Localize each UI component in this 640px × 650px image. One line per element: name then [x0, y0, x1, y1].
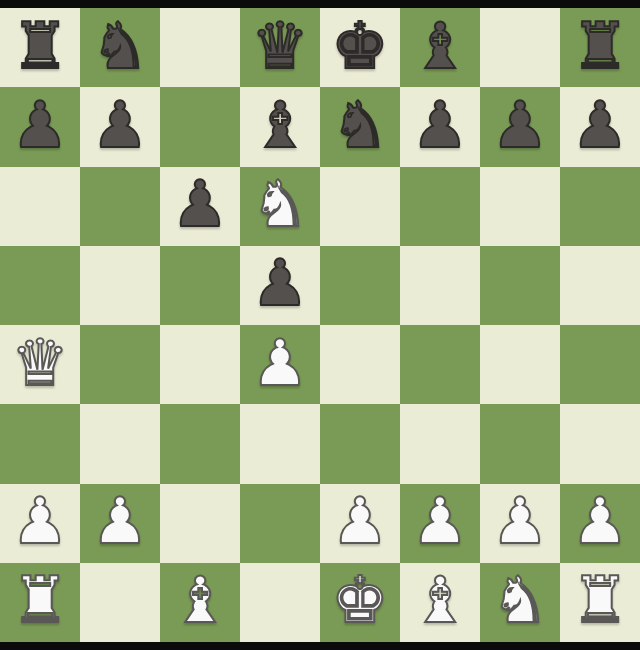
square-e2[interactable]: ♟	[320, 484, 400, 563]
square-e3[interactable]	[320, 404, 400, 483]
square-e8[interactable]: ♚	[320, 8, 400, 87]
piece-white-knight[interactable]: ♞	[491, 568, 548, 632]
square-h2[interactable]: ♟	[560, 484, 640, 563]
piece-white-bishop[interactable]: ♝	[171, 568, 228, 632]
square-d8[interactable]: ♛	[240, 8, 320, 87]
square-g8[interactable]	[480, 8, 560, 87]
piece-black-bishop[interactable]: ♝	[251, 93, 308, 157]
square-b4[interactable]	[80, 325, 160, 404]
square-b5[interactable]	[80, 246, 160, 325]
chess-board: ♜♞♛♚♝♜♟♟♝♞♟♟♟♟♞♟♛♟♟♟♟♟♟♟♜♝♚♝♞♜	[0, 8, 640, 642]
square-g5[interactable]	[480, 246, 560, 325]
square-d6[interactable]: ♞	[240, 167, 320, 246]
piece-white-pawn[interactable]: ♟	[491, 489, 548, 553]
square-e6[interactable]	[320, 167, 400, 246]
square-d5[interactable]: ♟	[240, 246, 320, 325]
piece-white-rook[interactable]: ♜	[571, 568, 628, 632]
square-h4[interactable]	[560, 325, 640, 404]
letterbox-top	[0, 0, 640, 8]
piece-black-pawn[interactable]: ♟	[171, 172, 228, 236]
square-a7[interactable]: ♟	[0, 87, 80, 166]
piece-black-knight[interactable]: ♞	[331, 93, 388, 157]
square-f3[interactable]	[400, 404, 480, 483]
piece-black-pawn[interactable]: ♟	[11, 93, 68, 157]
square-a3[interactable]	[0, 404, 80, 483]
square-h7[interactable]: ♟	[560, 87, 640, 166]
letterbox-bottom	[0, 642, 640, 650]
square-f1[interactable]: ♝	[400, 563, 480, 642]
square-d1[interactable]	[240, 563, 320, 642]
square-d4[interactable]: ♟	[240, 325, 320, 404]
square-b1[interactable]	[80, 563, 160, 642]
square-e4[interactable]	[320, 325, 400, 404]
square-d7[interactable]: ♝	[240, 87, 320, 166]
piece-white-pawn[interactable]: ♟	[331, 489, 388, 553]
piece-white-knight[interactable]: ♞	[251, 172, 308, 236]
square-c1[interactable]: ♝	[160, 563, 240, 642]
square-b3[interactable]	[80, 404, 160, 483]
square-f6[interactable]	[400, 167, 480, 246]
square-g3[interactable]	[480, 404, 560, 483]
piece-black-rook[interactable]: ♜	[11, 14, 68, 78]
piece-white-pawn[interactable]: ♟	[91, 489, 148, 553]
square-b8[interactable]: ♞	[80, 8, 160, 87]
square-g1[interactable]: ♞	[480, 563, 560, 642]
piece-black-pawn[interactable]: ♟	[251, 251, 308, 315]
square-e5[interactable]	[320, 246, 400, 325]
square-f8[interactable]: ♝	[400, 8, 480, 87]
square-c3[interactable]	[160, 404, 240, 483]
square-b2[interactable]: ♟	[80, 484, 160, 563]
square-c6[interactable]: ♟	[160, 167, 240, 246]
square-f4[interactable]	[400, 325, 480, 404]
piece-black-bishop[interactable]: ♝	[411, 14, 468, 78]
square-a8[interactable]: ♜	[0, 8, 80, 87]
piece-black-king[interactable]: ♚	[331, 14, 388, 78]
square-c4[interactable]	[160, 325, 240, 404]
piece-white-pawn[interactable]: ♟	[411, 489, 468, 553]
square-b7[interactable]: ♟	[80, 87, 160, 166]
chess-app-window: ♜♞♛♚♝♜♟♟♝♞♟♟♟♟♞♟♛♟♟♟♟♟♟♟♜♝♚♝♞♜	[0, 0, 640, 650]
piece-black-knight[interactable]: ♞	[91, 14, 148, 78]
square-d2[interactable]	[240, 484, 320, 563]
square-c7[interactable]	[160, 87, 240, 166]
square-a5[interactable]	[0, 246, 80, 325]
piece-white-king[interactable]: ♚	[331, 568, 388, 632]
square-e1[interactable]: ♚	[320, 563, 400, 642]
square-g6[interactable]	[480, 167, 560, 246]
piece-white-pawn[interactable]: ♟	[571, 489, 628, 553]
piece-black-pawn[interactable]: ♟	[571, 93, 628, 157]
square-h8[interactable]: ♜	[560, 8, 640, 87]
piece-black-pawn[interactable]: ♟	[91, 93, 148, 157]
square-f5[interactable]	[400, 246, 480, 325]
square-d3[interactable]	[240, 404, 320, 483]
square-a1[interactable]: ♜	[0, 563, 80, 642]
piece-white-queen[interactable]: ♛	[11, 331, 68, 395]
square-a6[interactable]	[0, 167, 80, 246]
square-c8[interactable]	[160, 8, 240, 87]
square-g4[interactable]	[480, 325, 560, 404]
square-a4[interactable]: ♛	[0, 325, 80, 404]
square-b6[interactable]	[80, 167, 160, 246]
square-g7[interactable]: ♟	[480, 87, 560, 166]
piece-black-pawn[interactable]: ♟	[411, 93, 468, 157]
square-c2[interactable]	[160, 484, 240, 563]
square-f7[interactable]: ♟	[400, 87, 480, 166]
piece-white-pawn[interactable]: ♟	[11, 489, 68, 553]
square-h3[interactable]	[560, 404, 640, 483]
square-g2[interactable]: ♟	[480, 484, 560, 563]
square-h5[interactable]	[560, 246, 640, 325]
square-f2[interactable]: ♟	[400, 484, 480, 563]
piece-black-pawn[interactable]: ♟	[491, 93, 548, 157]
piece-white-bishop[interactable]: ♝	[411, 568, 468, 632]
piece-white-rook[interactable]: ♜	[11, 568, 68, 632]
square-e7[interactable]: ♞	[320, 87, 400, 166]
piece-black-queen[interactable]: ♛	[251, 14, 308, 78]
piece-white-pawn[interactable]: ♟	[251, 331, 308, 395]
square-c5[interactable]	[160, 246, 240, 325]
square-h1[interactable]: ♜	[560, 563, 640, 642]
square-h6[interactable]	[560, 167, 640, 246]
square-a2[interactable]: ♟	[0, 484, 80, 563]
piece-black-rook[interactable]: ♜	[571, 14, 628, 78]
